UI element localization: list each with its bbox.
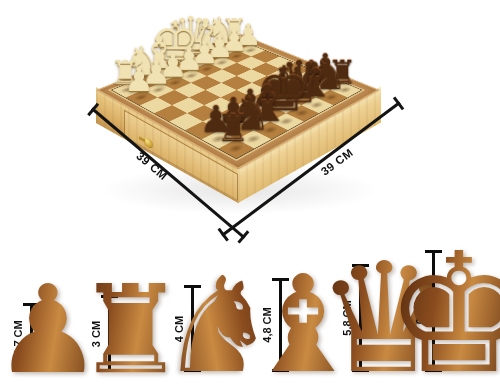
lineup-piece-king: ♚ (384, 249, 500, 378)
product-photo-chess-set: ♜♞♝♛♚♝♞♜♟♟♟♟♟♟♟♟♟♟♟♟♟♟♟♟♜♞♝♛♚♝♞♜ 39 CM 3… (0, 0, 500, 391)
piece-lineup: 2,7 CM♟3 CM♜4 CM♞4,8 CM♝5,8 CM♛6 CM♚ (0, 0, 500, 391)
